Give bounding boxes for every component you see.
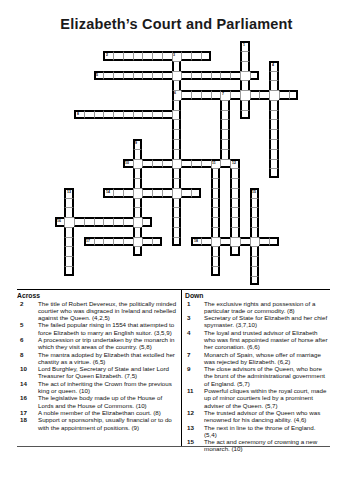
- clue-number: 13: [187, 424, 194, 431]
- grid-cell[interactable]: [191, 159, 201, 169]
- grid-cell[interactable]: [64, 246, 74, 256]
- cell-number: 8: [77, 112, 79, 115]
- grid-cell[interactable]: [250, 71, 260, 81]
- grid-cell[interactable]: [142, 159, 152, 169]
- grid-cell[interactable]: [64, 227, 74, 237]
- grid-cell[interactable]: [269, 100, 279, 110]
- grid-cell[interactable]: [191, 51, 201, 61]
- grid-cell[interactable]: 4: [269, 61, 279, 71]
- grid-cell[interactable]: [220, 149, 230, 159]
- grid-cell[interactable]: [181, 159, 191, 169]
- clue-number: 18: [20, 416, 27, 423]
- clue-text: Lord Burghley, Secretary of State and la…: [38, 365, 169, 379]
- clue-number: 1: [187, 300, 190, 307]
- grid-cell[interactable]: [230, 227, 240, 237]
- clue-number: 16: [20, 394, 27, 401]
- cell-number: 6: [174, 91, 176, 94]
- grid-cell[interactable]: [269, 237, 279, 247]
- grid-cell[interactable]: [269, 159, 279, 169]
- grid-cell[interactable]: [94, 217, 104, 227]
- cell-number: 17: [86, 239, 90, 242]
- clue-number: 6: [20, 336, 23, 343]
- grid-cell[interactable]: [240, 51, 250, 61]
- cell-number: 12: [232, 161, 236, 164]
- grid-cell[interactable]: [230, 246, 240, 256]
- grid-cell[interactable]: [211, 188, 221, 198]
- grid-cell[interactable]: [172, 61, 182, 71]
- grid-cell[interactable]: [172, 178, 182, 188]
- grid-cell[interactable]: [220, 71, 230, 81]
- grid-cell[interactable]: [162, 51, 172, 61]
- grid-cell[interactable]: [172, 119, 182, 129]
- grid-cell[interactable]: [133, 246, 143, 256]
- page: Elizabeth’s Court and Parliament 1234567…: [0, 0, 353, 500]
- grid-cell[interactable]: [220, 139, 230, 149]
- clue-number: 12: [187, 409, 194, 416]
- clue-number: 8: [20, 351, 23, 358]
- grid-cell[interactable]: [133, 110, 143, 120]
- across-clue: 8The mantra adopted by Elizabeth that ex…: [17, 351, 177, 366]
- grid-cell[interactable]: [230, 178, 240, 188]
- grid-cell[interactable]: [94, 237, 104, 247]
- across-clue: 17A noble member of the Elizabethan cour…: [17, 409, 177, 416]
- grid-cell[interactable]: 12: [230, 159, 240, 169]
- grid-cell[interactable]: [259, 90, 269, 100]
- grid-cell[interactable]: [211, 256, 221, 266]
- grid-cell[interactable]: 2: [103, 51, 113, 61]
- cell-number: 9: [135, 141, 137, 144]
- grid-cell[interactable]: [250, 227, 260, 237]
- grid-cell[interactable]: [142, 71, 152, 81]
- grid-cell[interactable]: [113, 237, 123, 247]
- grid-cell[interactable]: [64, 237, 74, 247]
- grid-cell[interactable]: [84, 217, 94, 227]
- grid-cell[interactable]: [211, 90, 221, 100]
- grid-cell[interactable]: [152, 71, 162, 81]
- grid-cell[interactable]: [269, 129, 279, 139]
- grid-cell[interactable]: [123, 71, 133, 81]
- grid-cell[interactable]: [211, 168, 221, 178]
- clue-text: Secretary of State for Elizabeth and her…: [204, 314, 327, 328]
- grid-cell[interactable]: [230, 71, 240, 81]
- clue-number: 17: [20, 409, 27, 416]
- grid-cell[interactable]: [230, 217, 240, 227]
- grid-cell[interactable]: [220, 129, 230, 139]
- clue-text: The act of inheriting the Crown from the…: [38, 380, 172, 394]
- clue-text: A procession or trip undertaken by the m…: [38, 336, 175, 350]
- grid-cell[interactable]: [240, 61, 250, 71]
- clue-number: 10: [20, 365, 27, 372]
- grid-cell[interactable]: [250, 256, 260, 266]
- across-header: Across: [17, 292, 177, 300]
- grid-cell[interactable]: [133, 207, 143, 217]
- clue-text: The mantra adopted by Elizabeth that ext…: [38, 351, 175, 365]
- cell-number: 5: [96, 73, 98, 76]
- cell-number: 7: [222, 92, 224, 95]
- grid-cell[interactable]: [152, 159, 162, 169]
- grid-cell[interactable]: [94, 110, 104, 120]
- across-clue: 5The failed popular rising in 1554 that …: [17, 321, 177, 336]
- across-clue: 14The act of inheriting the Crown from t…: [17, 380, 177, 395]
- grid-cell[interactable]: [172, 168, 182, 178]
- across-clue: 2The title of Robert Devereux, the polit…: [17, 300, 177, 322]
- clue-number: 7: [187, 351, 190, 358]
- across-clue-list: 2The title of Robert Devereux, the polit…: [17, 300, 177, 431]
- cell-number: 10: [125, 161, 129, 164]
- grid-cell[interactable]: [152, 110, 162, 120]
- grid-cell[interactable]: [269, 71, 279, 81]
- grid-cell[interactable]: [172, 207, 182, 217]
- grid-cell[interactable]: [172, 188, 182, 198]
- grid-cell[interactable]: [259, 237, 269, 247]
- clue-text: The failed popular rising in 1554 that a…: [38, 321, 174, 335]
- grid-cell[interactable]: [211, 227, 221, 237]
- clue-number: 2: [20, 300, 23, 307]
- crossword-grid: 123456789101112131415161718: [55, 41, 299, 285]
- grid-cell[interactable]: [211, 198, 221, 208]
- grid-cell[interactable]: [162, 159, 172, 169]
- cell-number: 2: [106, 53, 108, 56]
- grid-cell[interactable]: [103, 110, 113, 120]
- grid-cell[interactable]: [64, 207, 74, 217]
- puzzle-title: Elizabeth’s Court and Parliament: [0, 16, 353, 32]
- grid-cell[interactable]: [230, 207, 240, 217]
- clue-text: The title of Robert Devereux, the politi…: [38, 300, 176, 322]
- down-clue: 15The act and ceremony of crowning a new…: [185, 438, 328, 453]
- grid-cell[interactable]: [113, 110, 123, 120]
- grid-cell[interactable]: [269, 90, 279, 100]
- grid-cell[interactable]: [103, 71, 113, 81]
- across-clue: 18Support or sponsorship, usually financ…: [17, 416, 177, 431]
- grid-cell[interactable]: [250, 266, 260, 276]
- grid-cell[interactable]: [220, 237, 230, 247]
- across-clue: 10Lord Burghley, Secretary of State and …: [17, 365, 177, 380]
- grid-cell[interactable]: [201, 90, 211, 100]
- grid-cell[interactable]: [201, 71, 211, 81]
- grid-cell[interactable]: [133, 217, 143, 227]
- grid-cell[interactable]: 11: [211, 159, 221, 169]
- clue-number: 3: [187, 314, 190, 321]
- clue-number: 11: [187, 387, 194, 394]
- grid-cell[interactable]: [162, 71, 172, 81]
- grid-cell[interactable]: [191, 71, 201, 81]
- cell-number: 18: [194, 239, 198, 242]
- grid-cell[interactable]: [133, 188, 143, 198]
- grid-cell[interactable]: [220, 100, 230, 110]
- grid-cell[interactable]: [64, 266, 74, 276]
- grid-cell[interactable]: [142, 188, 152, 198]
- grid-cell[interactable]: [133, 71, 143, 81]
- down-clue: 1The exclusive rights and possession of …: [185, 300, 328, 315]
- grid-cell[interactable]: [123, 51, 133, 61]
- grid-cell[interactable]: [123, 237, 133, 247]
- grid-cell[interactable]: [172, 159, 182, 169]
- clue-text: The legislative body made up of the Hous…: [38, 394, 162, 408]
- grid-cell[interactable]: 17: [84, 237, 94, 247]
- down-clue: 3Secretary of State for Elizabeth and he…: [185, 314, 328, 329]
- grid-cell[interactable]: [113, 51, 123, 61]
- grid-cell[interactable]: [152, 188, 162, 198]
- grid-cell[interactable]: 16: [55, 217, 65, 227]
- grid-cell[interactable]: [230, 90, 240, 100]
- grid-cell[interactable]: 3: [172, 51, 182, 61]
- grid-cell[interactable]: [220, 119, 230, 129]
- grid-cell[interactable]: [64, 198, 74, 208]
- grid-cell[interactable]: [113, 188, 123, 198]
- grid-cell[interactable]: [172, 237, 182, 247]
- down-clue: 11Powerful cliques within the royal cour…: [185, 387, 328, 409]
- grid-cell[interactable]: [133, 178, 143, 188]
- grid-cell[interactable]: [123, 110, 133, 120]
- clue-text: The act and ceremony of crowning a new m…: [204, 438, 317, 452]
- grid-cell[interactable]: [172, 139, 182, 149]
- grid-cell[interactable]: [211, 246, 221, 256]
- grid-cell[interactable]: [133, 159, 143, 169]
- clue-number: 14: [20, 380, 27, 387]
- grid-cell[interactable]: [279, 90, 289, 100]
- grid-cell[interactable]: [133, 51, 143, 61]
- grid-cell[interactable]: [201, 159, 211, 169]
- grid-cell[interactable]: [142, 51, 152, 61]
- grid-cell[interactable]: [230, 237, 240, 247]
- grid-cell[interactable]: [269, 80, 279, 90]
- grid-cell[interactable]: 13: [64, 188, 74, 198]
- grid-cell[interactable]: [133, 227, 143, 237]
- clue-number: 9: [187, 365, 190, 372]
- grid-cell[interactable]: [240, 80, 250, 90]
- grid-cell[interactable]: [269, 110, 279, 120]
- grid-cell[interactable]: [162, 110, 172, 120]
- grid-cell[interactable]: [133, 149, 143, 159]
- grid-cell[interactable]: [211, 237, 221, 247]
- grid-cell[interactable]: [240, 71, 250, 81]
- grid-cell[interactable]: [133, 198, 143, 208]
- grid-cell[interactable]: 5: [94, 71, 104, 81]
- grid-cell[interactable]: [142, 237, 152, 247]
- grid-cell[interactable]: [64, 256, 74, 266]
- grid-cell[interactable]: [191, 90, 201, 100]
- grid-cell[interactable]: 18: [191, 237, 201, 247]
- clue-text: Powerful cliques within the royal court,…: [204, 387, 326, 409]
- grid-cell[interactable]: [250, 217, 260, 227]
- grid-cell[interactable]: [133, 168, 143, 178]
- down-clue: 9The close advisors of the Queen, who bo…: [185, 365, 328, 387]
- grid-cell[interactable]: 10: [123, 159, 133, 169]
- clue-text: The close advisors of the Queen, who bor…: [204, 365, 325, 387]
- cell-number: 13: [67, 190, 71, 193]
- grid-cell[interactable]: [250, 237, 260, 247]
- grid-cell[interactable]: [250, 276, 260, 286]
- clue-text: The loyal and trusted advisor of Elizabe…: [204, 329, 327, 351]
- grid-cell[interactable]: [181, 51, 191, 61]
- down-clue: 4The loyal and trusted advisor of Elizab…: [185, 329, 328, 351]
- grid-cell[interactable]: [269, 149, 279, 159]
- grid-cell[interactable]: [172, 110, 182, 120]
- grid-cell[interactable]: 6: [172, 90, 182, 100]
- grid-cell[interactable]: [142, 217, 152, 227]
- clue-number: 4: [187, 329, 190, 336]
- grid-cell[interactable]: 7: [220, 90, 230, 100]
- down-clue: 13The next in line to the throne of Engl…: [185, 424, 328, 439]
- grid-cell[interactable]: [211, 217, 221, 227]
- grid-cell[interactable]: [211, 178, 221, 188]
- grid-cell[interactable]: [123, 217, 133, 227]
- clue-text: Monarch of Spain, whose offer of marriag…: [204, 351, 321, 365]
- clue-text: The trusted advisor of the Queen who was…: [204, 409, 320, 423]
- grid-cell[interactable]: [113, 217, 123, 227]
- grid-cell[interactable]: [152, 51, 162, 61]
- down-clues-column: Down 1The exclusive rights and possessio…: [181, 290, 330, 446]
- grid-cell[interactable]: [269, 119, 279, 129]
- grid-cell[interactable]: [230, 198, 240, 208]
- grid-cell[interactable]: [172, 129, 182, 139]
- down-clue: 12The trusted advisor of the Queen who w…: [185, 409, 328, 424]
- grid-cell[interactable]: [211, 266, 221, 276]
- grid-cell[interactable]: [220, 159, 230, 169]
- across-clue: 6A procession or trip undertaken by the …: [17, 336, 177, 351]
- grid-cell[interactable]: [172, 149, 182, 159]
- grid-cell[interactable]: [172, 198, 182, 208]
- grid-cell[interactable]: [152, 237, 162, 247]
- cell-number: 14: [106, 190, 110, 193]
- clue-text: A noble member of the Elizabethan court.…: [38, 409, 161, 416]
- grid-cell[interactable]: [103, 217, 113, 227]
- clue-number: 5: [20, 321, 23, 328]
- grid-cell[interactable]: [84, 110, 94, 120]
- grid-cell[interactable]: [250, 198, 260, 208]
- clue-text: The exclusive rights and possession of a…: [204, 300, 315, 314]
- grid-cell[interactable]: [250, 246, 260, 256]
- cell-number: 3: [173, 53, 175, 56]
- grid-cell[interactable]: [250, 90, 260, 100]
- grid-cell[interactable]: [113, 71, 123, 81]
- clue-text: Support or sponsorship, usually financia…: [38, 416, 172, 430]
- down-clue: 7Monarch of Spain, whose offer of marria…: [185, 351, 328, 366]
- grid-cell[interactable]: [240, 237, 250, 247]
- grid-cell[interactable]: 15: [250, 188, 260, 198]
- grid-cell[interactable]: [172, 227, 182, 237]
- grid-cell[interactable]: [142, 110, 152, 120]
- grid-cell[interactable]: 1: [240, 41, 250, 51]
- grid-cell[interactable]: [103, 237, 113, 247]
- clue-section: Across 2The title of Robert Devereux, th…: [17, 289, 330, 447]
- grid-cell[interactable]: [250, 207, 260, 217]
- grid-cell[interactable]: [181, 90, 191, 100]
- grid-cell[interactable]: [181, 71, 191, 81]
- cell-number: 15: [252, 190, 256, 193]
- grid-cell[interactable]: [74, 217, 84, 227]
- grid-cell[interactable]: [201, 51, 211, 61]
- grid-cell[interactable]: [220, 110, 230, 120]
- cell-number: 16: [57, 219, 61, 222]
- grid-cell[interactable]: 14: [103, 188, 113, 198]
- across-clues-column: Across 2The title of Robert Devereux, th…: [17, 290, 181, 446]
- grid-cell[interactable]: [172, 100, 182, 110]
- grid-cell[interactable]: [191, 188, 201, 198]
- grid-cell[interactable]: [181, 188, 191, 198]
- grid-cell[interactable]: [269, 168, 279, 178]
- grid-cell[interactable]: [201, 237, 211, 247]
- grid-cell[interactable]: [230, 188, 240, 198]
- grid-cell[interactable]: [211, 207, 221, 217]
- grid-cell[interactable]: [240, 110, 250, 120]
- grid-cell[interactable]: 8: [74, 110, 84, 120]
- grid-cell[interactable]: [240, 90, 250, 100]
- grid-cell[interactable]: [240, 100, 250, 110]
- across-clue: 16The legislative body made up of the Ho…: [17, 394, 177, 409]
- grid-cell[interactable]: [133, 237, 143, 247]
- grid-cell[interactable]: [211, 71, 221, 81]
- grid-cell[interactable]: [172, 71, 182, 81]
- grid-cell[interactable]: [172, 80, 182, 90]
- clue-number: 15: [187, 438, 194, 445]
- cell-number: 4: [272, 63, 274, 66]
- clue-text: The next in line to the throne of Englan…: [204, 424, 315, 438]
- grid-cell[interactable]: [64, 217, 74, 227]
- down-header: Down: [185, 292, 328, 300]
- grid-cell[interactable]: [172, 217, 182, 227]
- grid-cell[interactable]: [162, 188, 172, 198]
- grid-cell[interactable]: [289, 90, 299, 100]
- down-clue-list: 1The exclusive rights and possession of …: [185, 300, 328, 453]
- grid-cell[interactable]: [230, 168, 240, 178]
- cell-number: 1: [243, 43, 245, 46]
- cell-number: 11: [212, 161, 216, 164]
- grid-cell[interactable]: 9: [133, 139, 143, 149]
- grid-cell[interactable]: [269, 139, 279, 149]
- grid-cell[interactable]: [123, 188, 133, 198]
